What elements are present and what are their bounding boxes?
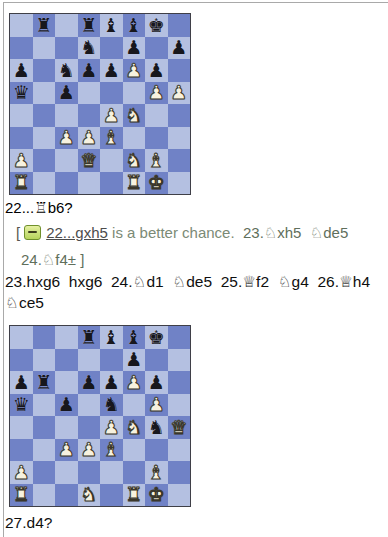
square-f3 [123,127,146,150]
white-knight-piece: ♞ [80,485,97,504]
square-c7 [55,349,78,372]
white-king-piece: ♚ [148,485,165,504]
square-a7 [10,37,33,60]
top-divider [3,2,388,3]
square-e8: ♝ [100,326,123,349]
white-bishop-piece: ♝ [103,440,120,459]
black-pawn-piece: ♟ [148,61,165,80]
square-d1: ♞ [78,484,101,507]
square-b6 [33,59,56,82]
black-knight-piece: ♞ [103,395,120,414]
variation-line: [22...gxh5 is a better chance. 23.♘xh5 ♘… [16,223,381,243]
white-bishop-piece: ♝ [148,463,165,482]
square-e2 [100,149,123,172]
square-a5: ♛ [10,82,33,105]
black-pawn-piece: ♟ [58,83,75,102]
square-e5: ♞ [100,394,123,417]
black-rook-piece: ♜ [80,16,97,35]
square-a3 [10,439,33,462]
square-h7 [168,349,191,372]
mainline-row-2: ♘ce5 [5,292,383,313]
square-f1: ♜ [123,484,146,507]
square-e6: ♟ [100,59,123,82]
black-pawn-piece: ♟ [170,38,187,57]
square-b4 [33,104,56,127]
square-d5 [78,394,101,417]
square-e8: ♝ [100,14,123,37]
square-d5 [78,82,101,105]
white-pawn-piece: ♟ [80,440,97,459]
square-h8 [168,326,191,349]
square-b8: ♜ [33,14,56,37]
square-b8 [33,326,56,349]
white-rook-piece: ♜ [125,485,142,504]
square-d6: ♟ [78,59,101,82]
square-c6 [55,371,78,394]
left-divider [3,2,4,537]
move-22-black: 22...♖b6? [5,198,73,218]
square-a1: ♜ [10,172,33,195]
black-pawn-piece: ♟ [80,61,97,80]
square-e7 [100,37,123,60]
white-pawn-piece: ♟ [170,83,187,102]
square-g2: ♝ [145,461,168,484]
square-a6: ♟ [10,59,33,82]
variation-continuation: 23.♘xh5 ♘de5 [243,224,348,241]
white-queen-piece: ♛ [170,418,187,437]
square-e4: ♟ [100,104,123,127]
white-pawn-piece: ♟ [13,151,30,170]
square-c1 [55,172,78,195]
square-d4 [78,416,101,439]
square-e3: ♝ [100,439,123,462]
square-e1 [100,484,123,507]
black-pawn-piece: ♟ [13,373,30,392]
square-g2: ♝ [145,149,168,172]
white-knight-piece: ♞ [125,418,142,437]
black-king-piece: ♚ [148,16,165,35]
square-g4: ♞ [145,416,168,439]
square-h2 [168,149,191,172]
square-b2 [33,149,56,172]
square-e1 [100,172,123,195]
square-c5: ♟ [55,82,78,105]
square-g6: ♟ [145,59,168,82]
square-f3 [123,439,146,462]
square-d8: ♜ [78,326,101,349]
square-d3: ♟ [78,439,101,462]
square-c4 [55,104,78,127]
square-f4: ♞ [123,104,146,127]
move-27-white: 27.d4? [5,513,52,533]
square-b2 [33,461,56,484]
square-g8: ♚ [145,14,168,37]
square-d8: ♜ [78,14,101,37]
square-f1: ♜ [123,172,146,195]
black-pawn-piece: ♟ [125,350,142,369]
square-d1 [78,172,101,195]
square-b3 [33,439,56,462]
square-h3 [168,127,191,150]
white-knight-piece: ♞ [125,106,142,125]
square-c1 [55,484,78,507]
square-f6: ♟ [123,371,146,394]
black-bishop-piece: ♝ [103,328,120,347]
chess-diagram-2: ♜♝♝♚♟♟♜♟♟♟♟♛♟♞♟♟♞♞♛♟♟♝♟♝♜♞♜♚ [9,325,191,507]
square-f8: ♝ [123,326,146,349]
black-queen-piece: ♛ [13,395,30,414]
square-e4: ♟ [100,416,123,439]
black-bishop-piece: ♝ [125,16,142,35]
collapse-minus-icon[interactable] [24,225,41,240]
square-h5: ♟ [168,82,191,105]
square-d7 [78,349,101,372]
square-c4 [55,416,78,439]
square-b1 [33,484,56,507]
white-rook-piece: ♜ [13,173,30,192]
variation-line-2: 24.♘f4± ] [21,250,84,270]
black-knight-piece: ♞ [58,61,75,80]
square-b3 [33,127,56,150]
white-pawn-piece: ♟ [80,128,97,147]
square-a2: ♟ [10,461,33,484]
square-c8 [55,14,78,37]
square-b6: ♜ [33,371,56,394]
square-h7: ♟ [168,37,191,60]
square-g3 [145,439,168,462]
black-pawn-piece: ♟ [58,395,75,414]
square-f6: ♟ [123,59,146,82]
variation-comment: is a better chance. [108,224,243,241]
square-b5 [33,394,56,417]
square-h8 [168,14,191,37]
white-pawn-piece: ♟ [148,83,165,102]
black-knight-piece: ♞ [148,418,165,437]
white-pawn-piece: ♟ [103,418,120,437]
square-h6 [168,59,191,82]
square-c2 [55,149,78,172]
white-pawn-piece: ♟ [148,395,165,414]
white-knight-piece: ♞ [125,151,142,170]
chess-board-2: ♜♝♝♚♟♟♜♟♟♟♟♛♟♞♟♟♞♞♛♟♟♝♟♝♜♞♜♚ [10,326,190,506]
square-a7 [10,349,33,372]
variation-continuation-2: 24.♘f4± ] [21,251,84,268]
mainline-moves: 23.hxg6 hxg6 24.♘d1 ♘de5 25.♕f2 ♘g4 26.♕… [5,271,383,313]
square-a3 [10,127,33,150]
black-bishop-piece: ♝ [103,16,120,35]
square-f2: ♞ [123,149,146,172]
black-rook-piece: ♜ [35,373,52,392]
square-a4 [10,416,33,439]
square-c3: ♟ [55,127,78,150]
square-g7 [145,349,168,372]
square-g5: ♟ [145,394,168,417]
square-b5 [33,82,56,105]
square-b7 [33,37,56,60]
square-g4 [145,104,168,127]
square-f5 [123,394,146,417]
variation-open-bracket: [ [16,224,20,241]
square-e5 [100,82,123,105]
square-d2: ♛ [78,149,101,172]
square-h3 [168,439,191,462]
white-pawn-piece: ♟ [58,440,75,459]
white-pawn-piece: ♟ [103,106,120,125]
square-g8: ♚ [145,326,168,349]
square-d4 [78,104,101,127]
square-a2: ♟ [10,149,33,172]
square-d6: ♟ [78,371,101,394]
mainline-row-1: 23.hxg6 hxg6 24.♘d1 ♘de5 25.♕f2 ♘g4 26.♕… [5,271,383,292]
white-pawn-piece: ♟ [13,463,30,482]
square-a6: ♟ [10,371,33,394]
square-a1: ♜ [10,484,33,507]
square-h1 [168,484,191,507]
square-g3 [145,127,168,150]
square-a8 [10,14,33,37]
square-d2 [78,461,101,484]
black-pawn-piece: ♟ [103,373,120,392]
square-g7 [145,37,168,60]
square-f8: ♝ [123,14,146,37]
square-e6: ♟ [100,371,123,394]
black-pawn-piece: ♟ [80,373,97,392]
black-rook-piece: ♜ [80,328,97,347]
white-bishop-piece: ♝ [148,151,165,170]
square-g5: ♟ [145,82,168,105]
square-g1: ♚ [145,484,168,507]
square-f2 [123,461,146,484]
black-pawn-piece: ♟ [103,61,120,80]
white-king-piece: ♚ [148,173,165,192]
black-pawn-piece: ♟ [148,373,165,392]
square-f5 [123,82,146,105]
white-rook-piece: ♜ [13,485,30,504]
square-a4 [10,104,33,127]
white-pawn-piece: ♟ [125,373,142,392]
black-king-piece: ♚ [148,328,165,347]
square-g1: ♚ [145,172,168,195]
square-d3: ♟ [78,127,101,150]
white-pawn-piece: ♟ [125,61,142,80]
square-c2 [55,461,78,484]
square-f7: ♟ [123,349,146,372]
square-h4 [168,104,191,127]
square-c8 [55,326,78,349]
square-c3: ♟ [55,439,78,462]
square-h2 [168,461,191,484]
chess-diagram-1: ♜♜♝♝♚♞♟♟♟♞♟♟♟♟♛♟♟♟♟♞♟♟♝♟♛♞♝♜♜♚ [9,13,191,195]
square-c6: ♞ [55,59,78,82]
square-c7 [55,37,78,60]
black-bishop-piece: ♝ [125,328,142,347]
square-a5: ♛ [10,394,33,417]
square-a8 [10,326,33,349]
variation-move-link[interactable]: 22...gxh5 [46,224,108,241]
square-f4: ♞ [123,416,146,439]
black-knight-piece: ♞ [80,38,97,57]
square-h6 [168,371,191,394]
square-c5: ♟ [55,394,78,417]
square-g6: ♟ [145,371,168,394]
white-bishop-piece: ♝ [103,128,120,147]
white-rook-piece: ♜ [125,173,142,192]
white-pawn-piece: ♟ [58,128,75,147]
black-rook-piece: ♜ [35,16,52,35]
square-h4: ♛ [168,416,191,439]
square-b1 [33,172,56,195]
square-b4 [33,416,56,439]
black-queen-piece: ♛ [13,83,30,102]
square-h5 [168,394,191,417]
square-h1 [168,172,191,195]
minus-glyph [28,231,37,233]
square-e2 [100,461,123,484]
square-b7 [33,349,56,372]
square-e3: ♝ [100,127,123,150]
black-pawn-piece: ♟ [125,38,142,57]
chess-board-1: ♜♜♝♝♚♞♟♟♟♞♟♟♟♟♛♟♟♟♟♞♟♟♝♟♛♞♝♜♜♚ [10,14,190,194]
square-d7: ♞ [78,37,101,60]
square-f7: ♟ [123,37,146,60]
black-pawn-piece: ♟ [13,61,30,80]
white-queen-piece: ♛ [80,151,97,170]
square-e7 [100,349,123,372]
